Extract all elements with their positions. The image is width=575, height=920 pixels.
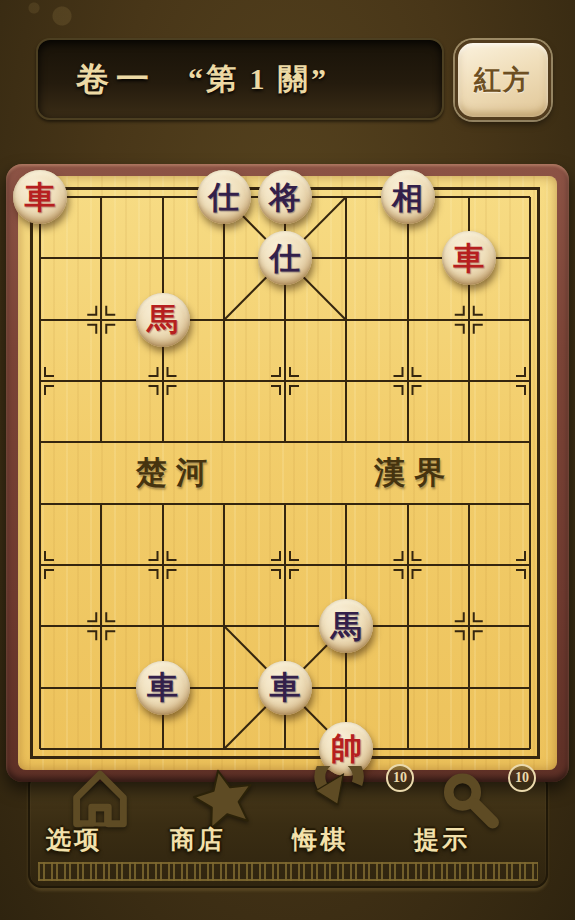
level-header-panel: 卷一 “第 1 關” [36, 38, 444, 120]
options-label: 选项 [46, 823, 102, 856]
piece-black-仕[interactable]: 仕 [197, 170, 251, 224]
shop-label: 商店 [170, 823, 226, 856]
undo-label: 悔棋 [292, 823, 348, 856]
volume-title: 卷一 [76, 57, 156, 102]
shop-button[interactable]: 商店 [164, 766, 284, 862]
options-button[interactable]: 选项 [40, 766, 160, 862]
river-label-han: 漢界 [374, 452, 454, 494]
hint-count-badge: 10 [508, 764, 536, 792]
piece-black-相[interactable]: 相 [381, 170, 435, 224]
piece-black-仕[interactable]: 仕 [258, 231, 312, 285]
hint-label: 提示 [414, 823, 470, 856]
piece-black-車[interactable]: 車 [258, 661, 312, 715]
red-side-button[interactable]: 紅方 [455, 40, 551, 120]
undo-button[interactable]: 悔棋 10 [286, 766, 406, 862]
board-frame: 楚河 漢界 車仕将相仕車馬馬車車帥 [6, 164, 569, 782]
river-label-chu: 楚河 [136, 452, 216, 494]
hint-button[interactable]: 提示 10 [408, 766, 528, 862]
piece-red-馬[interactable]: 馬 [136, 293, 190, 347]
xiangqi-board[interactable]: 楚河 漢界 車仕将相仕車馬馬車車帥 [18, 176, 557, 770]
meander-border [38, 862, 538, 881]
level-title: “第 1 關” [188, 59, 329, 100]
piece-red-車[interactable]: 車 [442, 231, 496, 285]
piece-red-車[interactable]: 車 [13, 170, 67, 224]
piece-black-将[interactable]: 将 [258, 170, 312, 224]
piece-black-車[interactable]: 車 [136, 661, 190, 715]
xiangqi-app-screen: { "game": "xiangqi", "header": { "volume… [0, 0, 575, 920]
